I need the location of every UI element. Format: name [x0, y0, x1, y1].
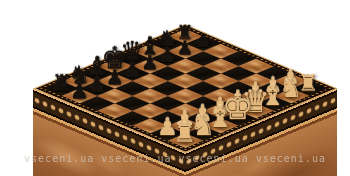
product-photo: ♜♞♟♝♟♛♟♚♟♝♟♞♟♟♜♟♟♜♟♟♞♟♝♟♛♟♚♟♝♟♞♜ vseceni… [0, 0, 350, 176]
watermark-text: vseceni.ua vseceni.ua vseceni.ua vseceni… [0, 153, 350, 164]
